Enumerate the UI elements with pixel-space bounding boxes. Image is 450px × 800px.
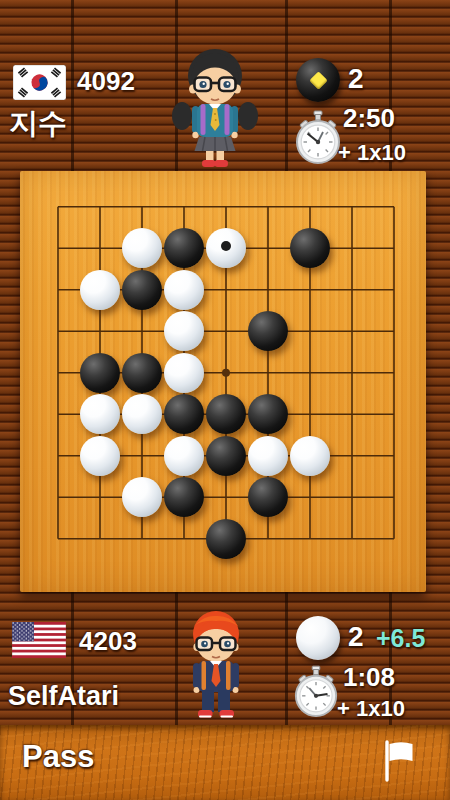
intersection-i5[interactable]	[373, 352, 415, 394]
intersection-i8[interactable]	[373, 228, 415, 270]
intersection-a2[interactable]	[37, 477, 79, 519]
white-stone	[290, 436, 330, 476]
action-bar: Pass	[0, 725, 450, 800]
white-stone	[80, 270, 120, 310]
intersection-b5[interactable]	[79, 352, 121, 394]
intersection-d9[interactable]	[163, 186, 205, 228]
black-stone	[206, 394, 246, 434]
intersection-b4[interactable]	[79, 394, 121, 436]
white-stone	[122, 477, 162, 517]
white-stone	[164, 436, 204, 476]
bottom-player-komi: +6.5	[376, 624, 425, 653]
bottom-player-rating: 4203	[79, 626, 137, 657]
intersection-d6[interactable]	[163, 311, 205, 353]
intersection-i2[interactable]	[373, 477, 415, 519]
intersection-i4[interactable]	[373, 394, 415, 436]
black-stone	[164, 228, 204, 268]
black-stone	[206, 436, 246, 476]
intersection-f5[interactable]	[247, 352, 289, 394]
intersection-b3[interactable]	[79, 435, 121, 477]
resign-flag-icon[interactable]	[383, 740, 417, 782]
bottom-player-captures: 2	[348, 621, 364, 653]
intersection-i3[interactable]	[373, 435, 415, 477]
top-player-byoyomi: + 1x10	[338, 140, 406, 166]
intersection-c6[interactable]	[121, 311, 163, 353]
intersection-h1[interactable]	[331, 518, 373, 560]
black-stone	[248, 394, 288, 434]
white-stone	[164, 270, 204, 310]
intersection-a4[interactable]	[37, 394, 79, 436]
pass-button[interactable]: Pass	[22, 739, 94, 775]
intersection-a5[interactable]	[37, 352, 79, 394]
south-korea-flag-icon	[13, 65, 66, 100]
intersection-f2[interactable]	[247, 477, 289, 519]
intersection-d4[interactable]	[163, 394, 205, 436]
intersection-h9[interactable]	[331, 186, 373, 228]
intersection-g6[interactable]	[289, 311, 331, 353]
intersection-a3[interactable]	[37, 435, 79, 477]
intersection-e9[interactable]	[205, 186, 247, 228]
intersection-c9[interactable]	[121, 186, 163, 228]
black-stone	[164, 394, 204, 434]
black-captures-icon	[296, 58, 340, 102]
white-stone	[248, 436, 288, 476]
intersection-e3[interactable]	[205, 435, 247, 477]
intersection-e8[interactable]	[205, 228, 247, 270]
intersection-i9[interactable]	[373, 186, 415, 228]
intersection-f3[interactable]	[247, 435, 289, 477]
intersection-e1[interactable]	[205, 518, 247, 560]
intersection-b9[interactable]	[79, 186, 121, 228]
top-player-rating: 4092	[77, 66, 135, 97]
top-player-captures: 2	[348, 63, 364, 95]
intersection-c1[interactable]	[121, 518, 163, 560]
usa-flag-icon	[12, 622, 66, 658]
intersection-f9[interactable]	[247, 186, 289, 228]
intersection-h2[interactable]	[331, 477, 373, 519]
intersection-b2[interactable]	[79, 477, 121, 519]
intersection-b8[interactable]	[79, 228, 121, 270]
bottom-player-stopwatch-icon	[293, 665, 339, 719]
go-app-screen: 4092 지수	[0, 0, 450, 800]
white-stone	[164, 311, 204, 351]
intersection-b6[interactable]	[79, 311, 121, 353]
turn-diamond-icon	[309, 71, 327, 89]
white-stone	[122, 394, 162, 434]
bottom-player-avatar	[171, 611, 261, 724]
white-stone	[164, 353, 204, 393]
white-stone	[80, 436, 120, 476]
intersection-b7[interactable]	[79, 269, 121, 311]
intersection-d2[interactable]	[163, 477, 205, 519]
intersection-e5[interactable]	[205, 352, 247, 394]
intersection-a9[interactable]	[37, 186, 79, 228]
intersection-i1[interactable]	[373, 518, 415, 560]
intersection-g9[interactable]	[289, 186, 331, 228]
intersection-f4[interactable]	[247, 394, 289, 436]
black-stone	[248, 477, 288, 517]
intersection-g5[interactable]	[289, 352, 331, 394]
intersection-e7[interactable]	[205, 269, 247, 311]
black-stone	[248, 311, 288, 351]
black-stone	[164, 477, 204, 517]
intersection-c3[interactable]	[121, 435, 163, 477]
white-stone	[80, 394, 120, 434]
intersection-a7[interactable]	[37, 269, 79, 311]
white-stone	[206, 228, 246, 268]
intersection-g8[interactable]	[289, 228, 331, 270]
intersection-h8[interactable]	[331, 228, 373, 270]
intersection-f1[interactable]	[247, 518, 289, 560]
intersection-d7[interactable]	[163, 269, 205, 311]
black-stone	[206, 519, 246, 559]
intersection-i7[interactable]	[373, 269, 415, 311]
intersection-d1[interactable]	[163, 518, 205, 560]
bottom-player-byoyomi: + 1x10	[337, 696, 405, 722]
intersection-a1[interactable]	[37, 518, 79, 560]
top-player-clock: 2:50	[343, 103, 395, 134]
white-stone	[122, 228, 162, 268]
intersection-h3[interactable]	[331, 435, 373, 477]
go-board[interactable]	[20, 171, 426, 592]
intersection-f6[interactable]	[247, 311, 289, 353]
intersection-c5[interactable]	[121, 352, 163, 394]
black-stone	[290, 228, 330, 268]
top-player-name: 지수	[9, 104, 67, 144]
black-stone	[80, 353, 120, 393]
intersection-e2[interactable]	[205, 477, 247, 519]
intersection-c2[interactable]	[121, 477, 163, 519]
intersection-d3[interactable]	[163, 435, 205, 477]
intersection-e4[interactable]	[205, 394, 247, 436]
black-stone	[122, 353, 162, 393]
white-captures-icon	[296, 616, 340, 660]
intersection-c4[interactable]	[121, 394, 163, 436]
intersection-h7[interactable]	[331, 269, 373, 311]
black-stone	[122, 270, 162, 310]
intersection-c7[interactable]	[121, 269, 163, 311]
intersection-g1[interactable]	[289, 518, 331, 560]
intersection-d5[interactable]	[163, 352, 205, 394]
intersection-a6[interactable]	[37, 311, 79, 353]
go-board-grid	[37, 186, 415, 560]
intersection-e6[interactable]	[205, 311, 247, 353]
intersection-f8[interactable]	[247, 228, 289, 270]
bottom-player-name: SelfAtari	[8, 681, 119, 712]
intersection-i6[interactable]	[373, 311, 415, 353]
intersection-f7[interactable]	[247, 269, 289, 311]
top-player-avatar	[168, 44, 262, 168]
intersection-g2[interactable]	[289, 477, 331, 519]
last-move-marker	[221, 241, 231, 251]
intersection-g7[interactable]	[289, 269, 331, 311]
intersection-a8[interactable]	[37, 228, 79, 270]
top-player-stopwatch-icon	[294, 110, 342, 166]
intersection-d8[interactable]	[163, 228, 205, 270]
bottom-player-clock: 1:08	[343, 662, 395, 693]
intersection-b1[interactable]	[79, 518, 121, 560]
intersection-c8[interactable]	[121, 228, 163, 270]
intersection-h4[interactable]	[331, 394, 373, 436]
intersection-h5[interactable]	[331, 352, 373, 394]
intersection-h6[interactable]	[331, 311, 373, 353]
intersection-g3[interactable]	[289, 435, 331, 477]
intersection-g4[interactable]	[289, 394, 331, 436]
